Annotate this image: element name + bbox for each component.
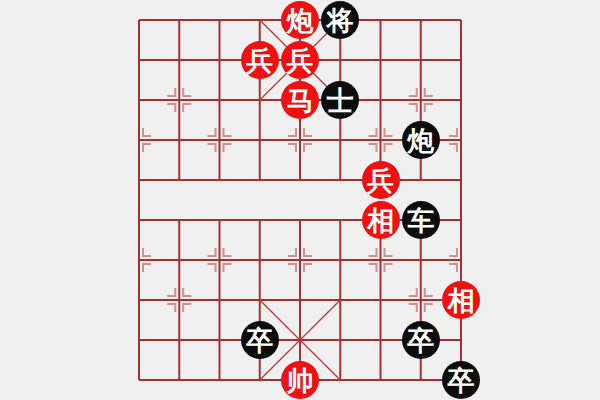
piece-black-chariot[interactable]: 车 <box>402 201 440 239</box>
xiangqi-board[interactable]: 炮将兵兵马士炮兵相车相卒卒帅卒 <box>139 20 461 380</box>
piece-black-advisor[interactable]: 士 <box>321 81 359 119</box>
xiangqi-screenshot: 炮将兵兵马士炮兵相车相卒卒帅卒 <box>0 0 600 400</box>
piece-red-soldier[interactable]: 兵 <box>281 41 319 79</box>
piece-red-elephant[interactable]: 相 <box>362 201 400 239</box>
piece-black-soldier[interactable]: 卒 <box>402 321 440 359</box>
piece-black-soldier[interactable]: 卒 <box>442 361 480 399</box>
pieces-layer: 炮将兵兵马士炮兵相车相卒卒帅卒 <box>139 20 461 380</box>
piece-red-cannon[interactable]: 炮 <box>281 1 319 39</box>
piece-red-elephant[interactable]: 相 <box>442 281 480 319</box>
piece-black-general[interactable]: 将 <box>321 1 359 39</box>
piece-red-soldier[interactable]: 兵 <box>362 161 400 199</box>
piece-black-cannon[interactable]: 炮 <box>402 121 440 159</box>
piece-red-general[interactable]: 帅 <box>281 361 319 399</box>
piece-red-soldier[interactable]: 兵 <box>241 41 279 79</box>
piece-red-horse[interactable]: 马 <box>281 81 319 119</box>
piece-black-soldier[interactable]: 卒 <box>241 321 279 359</box>
